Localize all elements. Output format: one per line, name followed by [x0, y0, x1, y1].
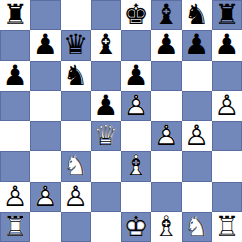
black-pawn: ♟ [182, 30, 212, 60]
square-g8[interactable]: ♞ [182, 0, 212, 30]
square-d5[interactable]: ♟ [91, 91, 121, 121]
white-knight: ♞♘ [61, 151, 91, 181]
square-e4[interactable] [121, 121, 151, 151]
square-d1[interactable] [91, 212, 121, 242]
square-h1[interactable]: ♜♖ [212, 212, 242, 242]
square-e6[interactable]: ♟ [121, 61, 151, 91]
square-g4[interactable]: ♟♙ [182, 121, 212, 151]
square-c6[interactable]: ♞ [61, 61, 91, 91]
white-bishop: ♝♗ [151, 212, 181, 242]
black-knight: ♞ [61, 61, 91, 91]
square-f2[interactable] [151, 182, 181, 212]
white-queen: ♛♕ [91, 121, 121, 151]
square-f5[interactable] [151, 91, 181, 121]
square-b5[interactable] [30, 91, 60, 121]
black-rook: ♜ [212, 0, 242, 30]
black-pawn: ♟ [212, 30, 242, 60]
square-g1[interactable]: ♞♘ [182, 212, 212, 242]
square-f4[interactable]: ♟♙ [151, 121, 181, 151]
square-f7[interactable]: ♟ [151, 30, 181, 60]
square-c3[interactable]: ♞♘ [61, 151, 91, 181]
square-a8[interactable]: ♜ [0, 0, 30, 30]
white-rook: ♜♖ [0, 212, 30, 242]
white-pawn: ♟♙ [0, 182, 30, 212]
square-b3[interactable] [30, 151, 60, 181]
square-e5[interactable]: ♟♙ [121, 91, 151, 121]
square-c4[interactable] [61, 121, 91, 151]
square-d4[interactable]: ♛♕ [91, 121, 121, 151]
square-a7[interactable] [0, 30, 30, 60]
square-g6[interactable] [182, 61, 212, 91]
white-pawn: ♟♙ [212, 91, 242, 121]
square-b2[interactable]: ♟♙ [30, 182, 60, 212]
square-e8[interactable]: ♚ [121, 0, 151, 30]
white-bishop: ♝♗ [121, 151, 151, 181]
black-pawn: ♟ [91, 91, 121, 121]
square-a6[interactable]: ♟ [0, 61, 30, 91]
square-d8[interactable] [91, 0, 121, 30]
square-h7[interactable]: ♟ [212, 30, 242, 60]
square-c1[interactable] [61, 212, 91, 242]
square-d3[interactable] [91, 151, 121, 181]
square-h8[interactable]: ♜ [212, 0, 242, 30]
square-c2[interactable]: ♟♙ [61, 182, 91, 212]
square-f8[interactable]: ♝ [151, 0, 181, 30]
black-pawn: ♟ [151, 30, 181, 60]
square-c8[interactable] [61, 0, 91, 30]
square-d2[interactable] [91, 182, 121, 212]
square-b4[interactable] [30, 121, 60, 151]
square-c5[interactable] [61, 91, 91, 121]
square-b6[interactable] [30, 61, 60, 91]
square-b1[interactable] [30, 212, 60, 242]
black-pawn: ♟ [30, 30, 60, 60]
square-h2[interactable] [212, 182, 242, 212]
square-f1[interactable]: ♝♗ [151, 212, 181, 242]
square-h3[interactable] [212, 151, 242, 181]
black-pawn: ♟ [0, 61, 30, 91]
square-h6[interactable] [212, 61, 242, 91]
black-pawn: ♟ [121, 61, 151, 91]
white-pawn: ♟♙ [30, 182, 60, 212]
square-h4[interactable] [212, 121, 242, 151]
square-a5[interactable] [0, 91, 30, 121]
square-e2[interactable] [121, 182, 151, 212]
black-queen: ♛ [61, 30, 91, 60]
white-knight: ♞♘ [182, 212, 212, 242]
square-e3[interactable]: ♝♗ [121, 151, 151, 181]
square-g7[interactable]: ♟ [182, 30, 212, 60]
square-e1[interactable]: ♚♔ [121, 212, 151, 242]
square-a3[interactable] [0, 151, 30, 181]
square-f6[interactable] [151, 61, 181, 91]
white-rook: ♜♖ [212, 212, 242, 242]
black-bishop: ♝ [91, 30, 121, 60]
square-b8[interactable] [30, 0, 60, 30]
square-g3[interactable] [182, 151, 212, 181]
white-king: ♚♔ [121, 212, 151, 242]
black-bishop: ♝ [151, 0, 181, 30]
square-a4[interactable] [0, 121, 30, 151]
square-f3[interactable] [151, 151, 181, 181]
square-d6[interactable] [91, 61, 121, 91]
white-pawn: ♟♙ [182, 121, 212, 151]
black-rook: ♜ [0, 0, 30, 30]
square-e7[interactable] [121, 30, 151, 60]
square-c7[interactable]: ♛ [61, 30, 91, 60]
chess-board: ♜♚♝♞♜♟♛♝♟♟♟♟♞♟♟♟♙♟♙♛♕♟♙♟♙♞♘♝♗♟♙♟♙♟♙♜♖♚♔♝… [0, 0, 242, 242]
square-b7[interactable]: ♟ [30, 30, 60, 60]
white-pawn: ♟♙ [151, 121, 181, 151]
square-a2[interactable]: ♟♙ [0, 182, 30, 212]
square-d7[interactable]: ♝ [91, 30, 121, 60]
square-a1[interactable]: ♜♖ [0, 212, 30, 242]
black-knight: ♞ [182, 0, 212, 30]
white-pawn: ♟♙ [121, 91, 151, 121]
square-g5[interactable] [182, 91, 212, 121]
square-h5[interactable]: ♟♙ [212, 91, 242, 121]
white-pawn: ♟♙ [61, 182, 91, 212]
square-g2[interactable] [182, 182, 212, 212]
black-king: ♚ [121, 0, 151, 30]
